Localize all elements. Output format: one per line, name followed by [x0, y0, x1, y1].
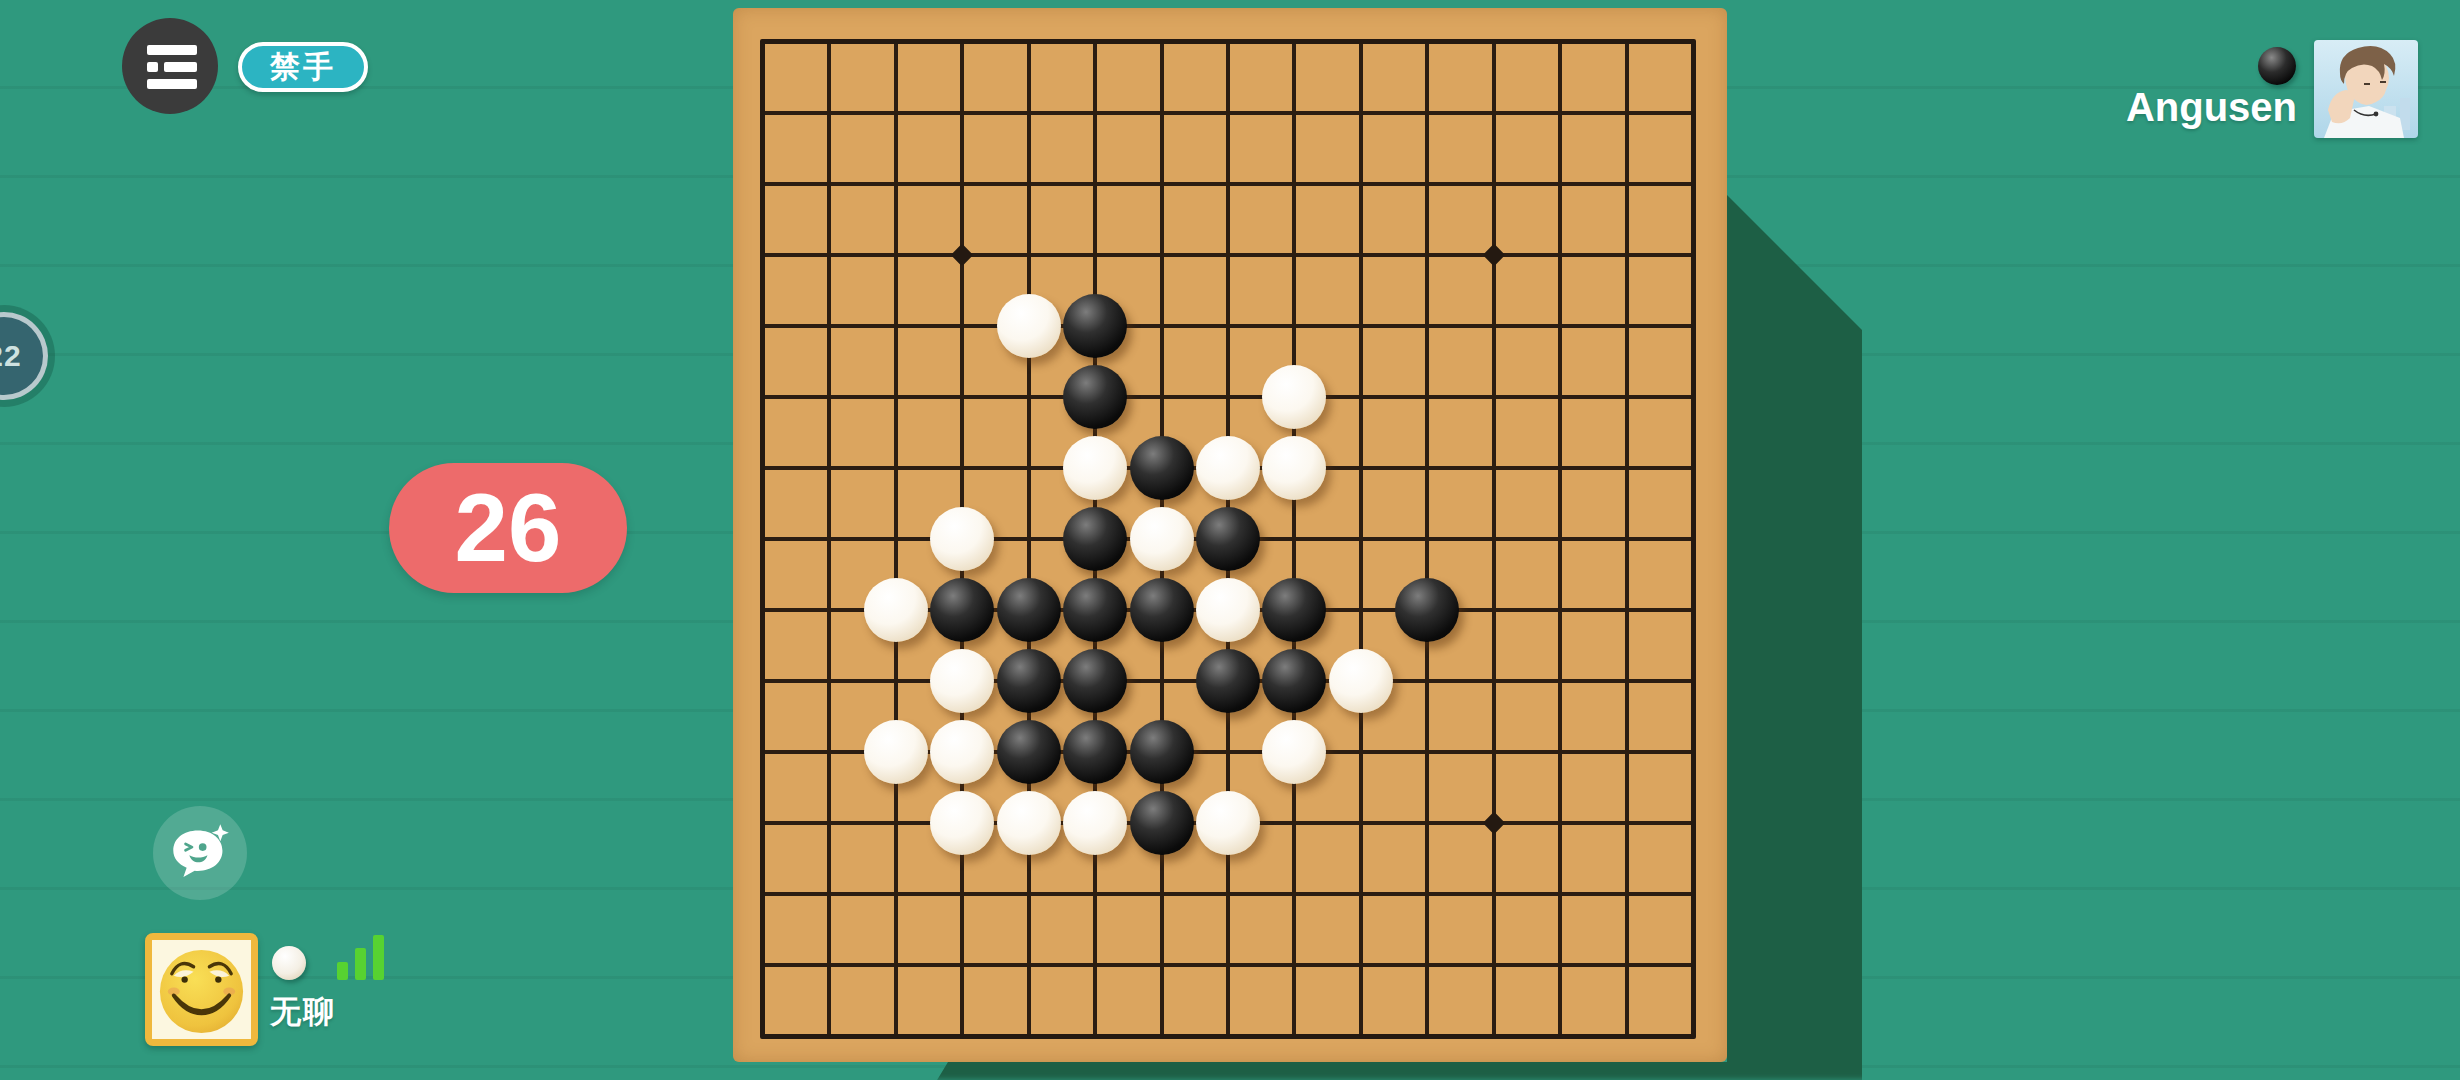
board-grid	[730, 7, 1726, 1072]
intersection-12-12[interactable]	[1460, 788, 1526, 859]
intersection-13-7[interactable]	[1527, 433, 1593, 504]
opponent-avatar[interactable]	[2314, 40, 2418, 138]
intersection-2-2[interactable]	[796, 78, 862, 149]
intersection-2-7[interactable]	[796, 433, 862, 504]
intersection-1-12[interactable]	[730, 788, 796, 859]
intersection-10-4[interactable]	[1328, 220, 1394, 291]
side-counter-value: 22	[0, 339, 22, 373]
intersection-8-10[interactable]	[1195, 646, 1261, 717]
white-stone	[864, 578, 928, 642]
black-stone	[1130, 436, 1194, 500]
intersection-14-6[interactable]	[1593, 362, 1659, 433]
self-name: 无聊	[270, 991, 336, 1033]
intersection-9-10[interactable]	[1261, 646, 1327, 717]
intersection-13-3[interactable]	[1527, 149, 1593, 220]
intersection-3-4[interactable]	[863, 220, 929, 291]
intersection-10-12[interactable]	[1328, 788, 1394, 859]
intersection-8-1[interactable]	[1195, 7, 1261, 78]
intersection-2-10[interactable]	[796, 646, 862, 717]
side-counter-badge[interactable]: 22	[0, 312, 48, 400]
intersection-15-8[interactable]	[1660, 504, 1726, 575]
black-stone	[997, 649, 1061, 713]
intersection-2-13[interactable]	[796, 859, 862, 930]
intersection-15-15[interactable]	[1660, 1001, 1726, 1072]
intersection-12-4[interactable]	[1460, 220, 1526, 291]
intersection-1-7[interactable]	[730, 433, 796, 504]
intersection-6-4[interactable]	[1062, 220, 1128, 291]
intersection-3-13[interactable]	[863, 859, 929, 930]
intersection-4-4[interactable]	[929, 220, 995, 291]
intersection-13-6[interactable]	[1527, 362, 1593, 433]
intersection-11-10[interactable]	[1394, 646, 1460, 717]
black-stone	[1262, 578, 1326, 642]
intersection-11-2[interactable]	[1394, 78, 1460, 149]
intersection-3-1[interactable]	[863, 7, 929, 78]
intersection-5-2[interactable]	[995, 78, 1061, 149]
intersection-11-14[interactable]	[1394, 930, 1460, 1001]
intersection-6-3[interactable]	[1062, 149, 1128, 220]
intersection-9-15[interactable]	[1261, 1001, 1327, 1072]
intersection-3-12[interactable]	[863, 788, 929, 859]
intersection-1-3[interactable]	[730, 149, 796, 220]
intersection-3-15[interactable]	[863, 1001, 929, 1072]
intersection-13-12[interactable]	[1527, 788, 1593, 859]
intersection-9-6[interactable]	[1261, 362, 1327, 433]
intersection-6-12[interactable]	[1062, 788, 1128, 859]
black-stone	[930, 578, 994, 642]
intersection-12-8[interactable]	[1460, 504, 1526, 575]
intersection-5-6[interactable]	[995, 362, 1061, 433]
intersection-10-2[interactable]	[1328, 78, 1394, 149]
intersection-8-11[interactable]	[1195, 717, 1261, 788]
opponent-name: Angusen	[2126, 85, 2297, 130]
intersection-1-14[interactable]	[730, 930, 796, 1001]
intersection-13-14[interactable]	[1527, 930, 1593, 1001]
intersection-10-14[interactable]	[1328, 930, 1394, 1001]
intersection-5-5[interactable]	[995, 291, 1061, 362]
intersection-4-8[interactable]	[929, 504, 995, 575]
intersection-14-5[interactable]	[1593, 291, 1659, 362]
intersection-15-12[interactable]	[1660, 788, 1726, 859]
intersection-14-9[interactable]	[1593, 575, 1659, 646]
intersection-8-14[interactable]	[1195, 930, 1261, 1001]
intersection-14-11[interactable]	[1593, 717, 1659, 788]
intersection-7-14[interactable]	[1128, 930, 1194, 1001]
black-stone	[1063, 507, 1127, 571]
intersection-2-14[interactable]	[796, 930, 862, 1001]
intersection-8-15[interactable]	[1195, 1001, 1261, 1072]
intersection-9-4[interactable]	[1261, 220, 1327, 291]
intersection-1-8[interactable]	[730, 504, 796, 575]
intersection-2-11[interactable]	[796, 717, 862, 788]
intersection-14-3[interactable]	[1593, 149, 1659, 220]
intersection-8-4[interactable]	[1195, 220, 1261, 291]
intersection-15-10[interactable]	[1660, 646, 1726, 717]
intersection-13-2[interactable]	[1527, 78, 1593, 149]
black-stone	[1063, 578, 1127, 642]
intersection-4-2[interactable]	[929, 78, 995, 149]
white-stone	[1262, 720, 1326, 784]
intersection-5-3[interactable]	[995, 149, 1061, 220]
star-point	[1482, 812, 1505, 835]
black-stone	[1262, 649, 1326, 713]
intersection-3-10[interactable]	[863, 646, 929, 717]
chat-button[interactable]	[153, 806, 247, 900]
intersection-7-8[interactable]	[1128, 504, 1194, 575]
intersection-5-8[interactable]	[995, 504, 1061, 575]
intersection-8-13[interactable]	[1195, 859, 1261, 930]
intersection-11-9[interactable]	[1394, 575, 1460, 646]
intersection-5-1[interactable]	[995, 7, 1061, 78]
intersection-1-9[interactable]	[730, 575, 796, 646]
intersection-11-4[interactable]	[1394, 220, 1460, 291]
intersection-8-6[interactable]	[1195, 362, 1261, 433]
intersection-14-1[interactable]	[1593, 7, 1659, 78]
white-stone	[997, 294, 1061, 358]
intersection-6-2[interactable]	[1062, 78, 1128, 149]
black-stone	[1063, 649, 1127, 713]
intersection-4-15[interactable]	[929, 1001, 995, 1072]
intersection-13-13[interactable]	[1527, 859, 1593, 930]
intersection-12-7[interactable]	[1460, 433, 1526, 504]
opponent-avatar-image	[2314, 40, 2418, 138]
intersection-15-11[interactable]	[1660, 717, 1726, 788]
star-point	[1482, 244, 1505, 267]
black-stone	[1196, 649, 1260, 713]
smiley-avatar-image	[152, 940, 251, 1039]
white-stone	[997, 791, 1061, 855]
intersection-15-3[interactable]	[1660, 149, 1726, 220]
black-stone	[1196, 507, 1260, 571]
intersection-11-1[interactable]	[1394, 7, 1460, 78]
intersection-10-6[interactable]	[1328, 362, 1394, 433]
intersection-12-15[interactable]	[1460, 1001, 1526, 1072]
intersection-12-3[interactable]	[1460, 149, 1526, 220]
black-stone	[997, 720, 1061, 784]
intersection-9-9[interactable]	[1261, 575, 1327, 646]
rule-badge-label: 禁手	[270, 47, 336, 88]
intersection-3-3[interactable]	[863, 149, 929, 220]
intersection-3-7[interactable]	[863, 433, 929, 504]
intersection-1-5[interactable]	[730, 291, 796, 362]
self-stone-indicator	[272, 946, 306, 980]
intersection-11-15[interactable]	[1394, 1001, 1460, 1072]
intersection-6-14[interactable]	[1062, 930, 1128, 1001]
intersection-6-1[interactable]	[1062, 7, 1128, 78]
intersection-4-7[interactable]	[929, 433, 995, 504]
white-stone	[1196, 436, 1260, 500]
intersection-10-10[interactable]	[1328, 646, 1394, 717]
intersection-1-1[interactable]	[730, 7, 796, 78]
intersection-14-12[interactable]	[1593, 788, 1659, 859]
intersection-7-2[interactable]	[1128, 78, 1194, 149]
intersection-4-3[interactable]	[929, 149, 995, 220]
intersection-15-14[interactable]	[1660, 930, 1726, 1001]
intersection-8-5[interactable]	[1195, 291, 1261, 362]
intersection-10-15[interactable]	[1328, 1001, 1394, 1072]
white-stone	[930, 791, 994, 855]
intersection-7-3[interactable]	[1128, 149, 1194, 220]
black-stone	[1130, 578, 1194, 642]
intersection-14-8[interactable]	[1593, 504, 1659, 575]
intersection-9-1[interactable]	[1261, 7, 1327, 78]
intersection-2-9[interactable]	[796, 575, 862, 646]
intersection-6-15[interactable]	[1062, 1001, 1128, 1072]
intersection-6-11[interactable]	[1062, 717, 1128, 788]
intersection-9-7[interactable]	[1261, 433, 1327, 504]
intersection-14-15[interactable]	[1593, 1001, 1659, 1072]
intersection-11-5[interactable]	[1394, 291, 1460, 362]
intersection-5-15[interactable]	[995, 1001, 1061, 1072]
intersection-15-9[interactable]	[1660, 575, 1726, 646]
self-avatar[interactable]	[145, 933, 258, 1046]
intersection-4-13[interactable]	[929, 859, 995, 930]
intersection-1-11[interactable]	[730, 717, 796, 788]
intersection-14-10[interactable]	[1593, 646, 1659, 717]
intersection-10-8[interactable]	[1328, 504, 1394, 575]
intersection-12-14[interactable]	[1460, 930, 1526, 1001]
intersection-14-2[interactable]	[1593, 78, 1659, 149]
intersection-8-9[interactable]	[1195, 575, 1261, 646]
intersection-6-13[interactable]	[1062, 859, 1128, 930]
forbidden-move-rule-badge[interactable]: 禁手	[238, 42, 368, 92]
intersection-13-11[interactable]	[1527, 717, 1593, 788]
intersection-2-3[interactable]	[796, 149, 862, 220]
chat-emoji-icon	[169, 824, 231, 882]
intersection-14-7[interactable]	[1593, 433, 1659, 504]
white-stone	[1063, 791, 1127, 855]
intersection-11-6[interactable]	[1394, 362, 1460, 433]
white-stone	[1196, 578, 1260, 642]
white-stone	[1262, 436, 1326, 500]
game-screen: { "game": "Gomoku (five-in-a-row) on a 1…	[0, 0, 2460, 1080]
intersection-5-4[interactable]	[995, 220, 1061, 291]
intersection-12-11[interactable]	[1460, 717, 1526, 788]
black-stone	[997, 578, 1061, 642]
intersection-15-2[interactable]	[1660, 78, 1726, 149]
star-point	[951, 244, 974, 267]
intersection-8-3[interactable]	[1195, 149, 1261, 220]
intersection-9-11[interactable]	[1261, 717, 1327, 788]
intersection-14-14[interactable]	[1593, 930, 1659, 1001]
intersection-7-12[interactable]	[1128, 788, 1194, 859]
intersection-11-13[interactable]	[1394, 859, 1460, 930]
intersection-12-6[interactable]	[1460, 362, 1526, 433]
intersection-2-8[interactable]	[796, 504, 862, 575]
intersection-11-3[interactable]	[1394, 149, 1460, 220]
white-stone	[1130, 507, 1194, 571]
intersection-13-10[interactable]	[1527, 646, 1593, 717]
intersection-8-2[interactable]	[1195, 78, 1261, 149]
intersection-9-13[interactable]	[1261, 859, 1327, 930]
white-stone	[1196, 791, 1260, 855]
intersection-2-12[interactable]	[796, 788, 862, 859]
intersection-11-7[interactable]	[1394, 433, 1460, 504]
intersection-2-4[interactable]	[796, 220, 862, 291]
intersection-13-1[interactable]	[1527, 7, 1593, 78]
intersection-3-2[interactable]	[863, 78, 929, 149]
intersection-1-10[interactable]	[730, 646, 796, 717]
timer-value: 26	[455, 473, 562, 583]
intersection-5-13[interactable]	[995, 859, 1061, 930]
intersection-10-9[interactable]	[1328, 575, 1394, 646]
intersection-13-9[interactable]	[1527, 575, 1593, 646]
intersection-15-5[interactable]	[1660, 291, 1726, 362]
intersection-9-5[interactable]	[1261, 291, 1327, 362]
intersection-14-13[interactable]	[1593, 859, 1659, 930]
intersection-13-15[interactable]	[1527, 1001, 1593, 1072]
intersection-5-7[interactable]	[995, 433, 1061, 504]
intersection-6-6[interactable]	[1062, 362, 1128, 433]
intersection-1-2[interactable]	[730, 78, 796, 149]
intersection-7-5[interactable]	[1128, 291, 1194, 362]
intersection-12-1[interactable]	[1460, 7, 1526, 78]
intersection-3-5[interactable]	[863, 291, 929, 362]
intersection-1-13[interactable]	[730, 859, 796, 930]
intersection-8-12[interactable]	[1195, 788, 1261, 859]
black-stone	[1130, 720, 1194, 784]
white-stone	[930, 649, 994, 713]
intersection-15-7[interactable]	[1660, 433, 1726, 504]
move-timer: 26	[389, 463, 627, 593]
white-stone	[930, 720, 994, 784]
intersection-3-9[interactable]	[863, 575, 929, 646]
intersection-5-12[interactable]	[995, 788, 1061, 859]
gomoku-board	[733, 8, 1727, 1062]
intersection-11-8[interactable]	[1394, 504, 1460, 575]
intersection-13-8[interactable]	[1527, 504, 1593, 575]
intersection-15-13[interactable]	[1660, 859, 1726, 930]
intersection-6-9[interactable]	[1062, 575, 1128, 646]
intersection-6-7[interactable]	[1062, 433, 1128, 504]
intersection-4-12[interactable]	[929, 788, 995, 859]
intersection-12-10[interactable]	[1460, 646, 1526, 717]
intersection-4-14[interactable]	[929, 930, 995, 1001]
intersection-3-11[interactable]	[863, 717, 929, 788]
intersection-7-1[interactable]	[1128, 7, 1194, 78]
intersection-5-9[interactable]	[995, 575, 1061, 646]
white-stone	[864, 720, 928, 784]
intersection-14-4[interactable]	[1593, 220, 1659, 291]
black-stone	[1063, 365, 1127, 429]
intersection-7-11[interactable]	[1128, 717, 1194, 788]
intersection-7-7[interactable]	[1128, 433, 1194, 504]
intersection-9-2[interactable]	[1261, 78, 1327, 149]
intersection-13-4[interactable]	[1527, 220, 1593, 291]
black-stone	[1130, 791, 1194, 855]
intersection-6-8[interactable]	[1062, 504, 1128, 575]
intersection-10-5[interactable]	[1328, 291, 1394, 362]
intersection-7-15[interactable]	[1128, 1001, 1194, 1072]
intersection-12-2[interactable]	[1460, 78, 1526, 149]
intersection-4-1[interactable]	[929, 7, 995, 78]
white-stone	[1063, 436, 1127, 500]
intersection-6-10[interactable]	[1062, 646, 1128, 717]
intersection-7-10[interactable]	[1128, 646, 1194, 717]
intersection-3-6[interactable]	[863, 362, 929, 433]
intersection-2-1[interactable]	[796, 7, 862, 78]
intersection-5-10[interactable]	[995, 646, 1061, 717]
opponent-stone-indicator	[2258, 47, 2296, 85]
intersection-7-9[interactable]	[1128, 575, 1194, 646]
white-stone	[1329, 649, 1393, 713]
intersection-9-3[interactable]	[1261, 149, 1327, 220]
intersection-15-1[interactable]	[1660, 7, 1726, 78]
intersection-10-3[interactable]	[1328, 149, 1394, 220]
intersection-4-5[interactable]	[929, 291, 995, 362]
intersection-9-14[interactable]	[1261, 930, 1327, 1001]
intersection-4-11[interactable]	[929, 717, 995, 788]
intersection-3-14[interactable]	[863, 930, 929, 1001]
intersection-8-7[interactable]	[1195, 433, 1261, 504]
intersection-10-13[interactable]	[1328, 859, 1394, 930]
intersection-15-4[interactable]	[1660, 220, 1726, 291]
intersection-6-5[interactable]	[1062, 291, 1128, 362]
intersection-10-11[interactable]	[1328, 717, 1394, 788]
intersection-11-12[interactable]	[1394, 788, 1460, 859]
intersection-7-4[interactable]	[1128, 220, 1194, 291]
intersection-8-8[interactable]	[1195, 504, 1261, 575]
intersection-2-5[interactable]	[796, 291, 862, 362]
intersection-9-12[interactable]	[1261, 788, 1327, 859]
intersection-15-6[interactable]	[1660, 362, 1726, 433]
intersection-1-4[interactable]	[730, 220, 796, 291]
intersection-3-8[interactable]	[863, 504, 929, 575]
intersection-12-9[interactable]	[1460, 575, 1526, 646]
intersection-13-5[interactable]	[1527, 291, 1593, 362]
intersection-12-13[interactable]	[1460, 859, 1526, 930]
intersection-10-1[interactable]	[1328, 7, 1394, 78]
intersection-10-7[interactable]	[1328, 433, 1394, 504]
black-stone	[1395, 578, 1459, 642]
intersection-12-5[interactable]	[1460, 291, 1526, 362]
intersection-11-11[interactable]	[1394, 717, 1460, 788]
intersection-1-6[interactable]	[730, 362, 796, 433]
menu-button[interactable]	[122, 18, 218, 114]
white-stone	[930, 507, 994, 571]
intersection-5-14[interactable]	[995, 930, 1061, 1001]
intersection-7-13[interactable]	[1128, 859, 1194, 930]
intersection-2-15[interactable]	[796, 1001, 862, 1072]
intersection-4-9[interactable]	[929, 575, 995, 646]
black-stone	[1063, 720, 1127, 784]
intersection-9-8[interactable]	[1261, 504, 1327, 575]
intersection-5-11[interactable]	[995, 717, 1061, 788]
intersection-7-6[interactable]	[1128, 362, 1194, 433]
intersection-1-15[interactable]	[730, 1001, 796, 1072]
white-stone	[1262, 365, 1326, 429]
intersection-2-6[interactable]	[796, 362, 862, 433]
intersection-4-6[interactable]	[929, 362, 995, 433]
intersection-4-10[interactable]	[929, 646, 995, 717]
black-stone	[1063, 294, 1127, 358]
